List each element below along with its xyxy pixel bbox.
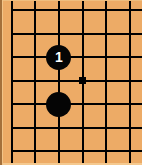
go-diagram: 1 [0,0,142,165]
grid-vline [58,0,60,165]
black-stone [46,92,71,117]
grid-vline [34,0,36,165]
black-stone-move-1: 1 [46,45,71,70]
grid-hline [11,56,142,58]
grid-hline [11,80,142,82]
go-board [0,0,142,165]
grid-hline [11,103,142,105]
square-marker [79,77,86,84]
board-top-edge-highlight [3,0,142,1]
board-bottom-edge-highlight [3,163,142,165]
grid-vline [11,0,13,165]
grid-hline [11,9,142,11]
grid-hline [11,33,142,35]
grid-vline [105,0,107,165]
board-left-edge-highlight [2,0,3,165]
grid-hline [11,150,142,152]
grid-vline [129,0,131,165]
grid-hline [11,127,142,129]
